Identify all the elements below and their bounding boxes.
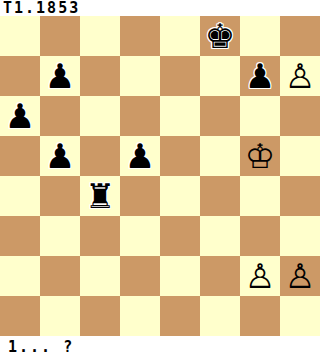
square-h6[interactable]: [280, 96, 320, 136]
square-g4[interactable]: [240, 176, 280, 216]
black-pawn: ♟: [40, 136, 80, 176]
square-f1[interactable]: [200, 296, 240, 336]
square-d5[interactable]: ♟: [120, 136, 160, 176]
square-a3[interactable]: [0, 216, 40, 256]
square-h3[interactable]: [280, 216, 320, 256]
square-h7[interactable]: ♙: [280, 56, 320, 96]
square-e3[interactable]: [160, 216, 200, 256]
square-e8[interactable]: [160, 16, 200, 56]
black-pawn: ♟: [120, 136, 160, 176]
white-pawn: ♙: [280, 256, 320, 296]
square-f7[interactable]: [200, 56, 240, 96]
black-rook: ♜: [80, 176, 120, 216]
square-f6[interactable]: [200, 96, 240, 136]
square-d1[interactable]: [120, 296, 160, 336]
square-g2[interactable]: ♙: [240, 256, 280, 296]
square-c5[interactable]: [80, 136, 120, 176]
square-a5[interactable]: [0, 136, 40, 176]
square-c4[interactable]: ♜: [80, 176, 120, 216]
square-h8[interactable]: [280, 16, 320, 56]
square-a2[interactable]: [0, 256, 40, 296]
chess-board: ♚♟♟♙♟♟♟♔♜♙♙: [0, 16, 320, 336]
square-a7[interactable]: [0, 56, 40, 96]
square-h2[interactable]: ♙: [280, 256, 320, 296]
square-c7[interactable]: [80, 56, 120, 96]
square-b8[interactable]: [40, 16, 80, 56]
square-e4[interactable]: [160, 176, 200, 216]
square-e6[interactable]: [160, 96, 200, 136]
chess-puzzle-window: T1.1853 ♚♟♟♙♟♟♟♔♜♙♙ 1... ?: [0, 0, 320, 360]
square-f8[interactable]: ♚: [200, 16, 240, 56]
square-c6[interactable]: [80, 96, 120, 136]
square-d6[interactable]: [120, 96, 160, 136]
white-pawn: ♙: [280, 56, 320, 96]
square-d4[interactable]: [120, 176, 160, 216]
square-h1[interactable]: [280, 296, 320, 336]
white-pawn: ♙: [240, 256, 280, 296]
square-f2[interactable]: [200, 256, 240, 296]
move-prompt: 1... ?: [0, 336, 320, 360]
black-pawn: ♟: [0, 96, 40, 136]
square-f4[interactable]: [200, 176, 240, 216]
square-d8[interactable]: [120, 16, 160, 56]
square-d2[interactable]: [120, 256, 160, 296]
black-pawn: ♟: [40, 56, 80, 96]
square-e7[interactable]: [160, 56, 200, 96]
square-g1[interactable]: [240, 296, 280, 336]
square-a4[interactable]: [0, 176, 40, 216]
white-king: ♔: [240, 136, 280, 176]
square-b3[interactable]: [40, 216, 80, 256]
square-a1[interactable]: [0, 296, 40, 336]
square-b6[interactable]: [40, 96, 80, 136]
square-g8[interactable]: [240, 16, 280, 56]
square-g7[interactable]: ♟: [240, 56, 280, 96]
square-c2[interactable]: [80, 256, 120, 296]
square-b4[interactable]: [40, 176, 80, 216]
square-b7[interactable]: ♟: [40, 56, 80, 96]
black-pawn: ♟: [240, 56, 280, 96]
square-f5[interactable]: [200, 136, 240, 176]
square-b5[interactable]: ♟: [40, 136, 80, 176]
square-f3[interactable]: [200, 216, 240, 256]
square-b1[interactable]: [40, 296, 80, 336]
square-g6[interactable]: [240, 96, 280, 136]
square-h5[interactable]: [280, 136, 320, 176]
black-king: ♚: [200, 16, 240, 56]
square-c3[interactable]: [80, 216, 120, 256]
square-g3[interactable]: [240, 216, 280, 256]
square-e5[interactable]: [160, 136, 200, 176]
square-e2[interactable]: [160, 256, 200, 296]
square-c1[interactable]: [80, 296, 120, 336]
square-a6[interactable]: ♟: [0, 96, 40, 136]
square-c8[interactable]: [80, 16, 120, 56]
puzzle-title: T1.1853: [0, 0, 320, 16]
square-a8[interactable]: [0, 16, 40, 56]
square-e1[interactable]: [160, 296, 200, 336]
square-g5[interactable]: ♔: [240, 136, 280, 176]
square-b2[interactable]: [40, 256, 80, 296]
square-d3[interactable]: [120, 216, 160, 256]
square-d7[interactable]: [120, 56, 160, 96]
square-h4[interactable]: [280, 176, 320, 216]
